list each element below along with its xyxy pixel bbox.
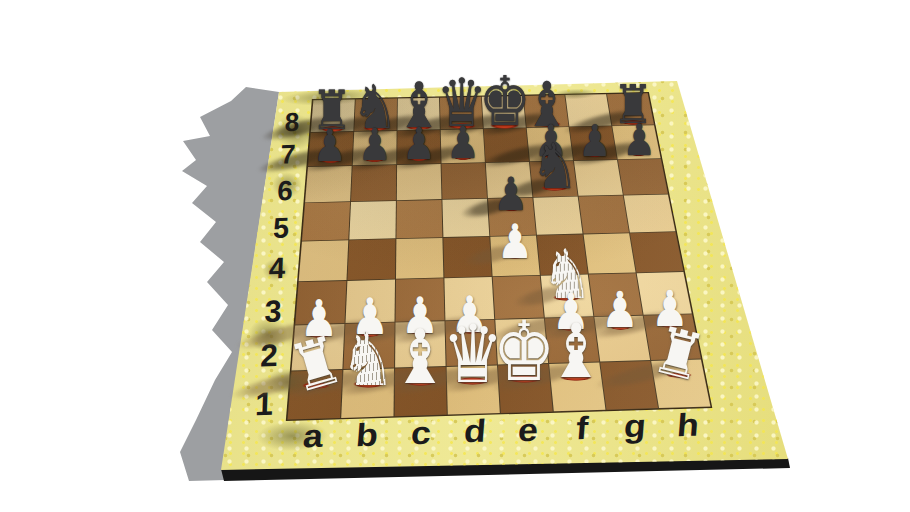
piece-white-bishop-c1: ♝ xyxy=(392,323,450,393)
chess-board-scene: 87654321abcdefgh ♜♞♝♛♚♝♜♟♟♟♟♟♟♟♞♟♟♞♟♟♟♟♟… xyxy=(0,0,910,512)
pieces: ♜♞♝♛♚♝♜♟♟♟♟♟♟♟♞♟♟♞♟♟♟♟♟♟♟♜♞♝♛♚♝♜ xyxy=(0,0,910,512)
piece-white-bishop-f1: ♝ xyxy=(548,319,605,388)
piece-black-pawn-h7: ♟ xyxy=(622,120,655,160)
piece-white-knight-b1: ♞ xyxy=(340,326,396,393)
piece-black-pawn-c7: ♟ xyxy=(402,124,436,165)
piece-black-pawn-b7: ♟ xyxy=(358,125,392,166)
piece-black-pawn-g7: ♟ xyxy=(578,120,611,160)
piece-black-pawn-e5: ♟ xyxy=(494,173,529,215)
piece-black-pawn-a7: ♟ xyxy=(313,126,347,167)
piece-white-pawn-e4: ♟ xyxy=(497,219,533,263)
piece-white-pawn-g2: ♟ xyxy=(601,288,639,334)
piece-white-queen-d1: ♛ xyxy=(442,317,503,391)
piece-black-pawn-d7: ♟ xyxy=(446,123,480,164)
piece-white-rook-a1: ♜ xyxy=(284,328,349,400)
piece-black-knight-f6: ♞ xyxy=(531,138,579,196)
